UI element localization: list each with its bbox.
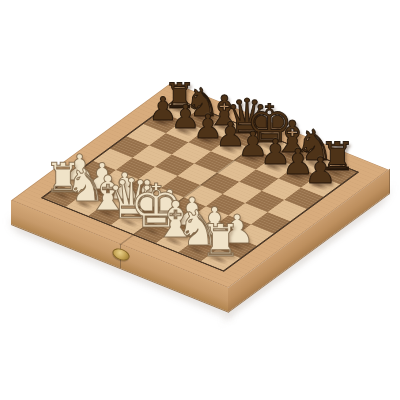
piece-white-rook-h1[interactable]: ♜ xyxy=(196,218,244,263)
piece-black-pawn-h7[interactable]: ♟ xyxy=(296,153,344,189)
pieces-layer: ♜♞♝♛♚♝♞♜♟♟♟♟♟♟♟♟♟♟♟♟♟♟♟♟♜♞♝♛♚♝♞♜ xyxy=(0,0,400,400)
product-photo-scene: ♜♞♝♛♚♝♞♜♟♟♟♟♟♟♟♟♟♟♟♟♟♟♟♟♜♞♝♛♚♝♞♜ xyxy=(0,0,400,400)
